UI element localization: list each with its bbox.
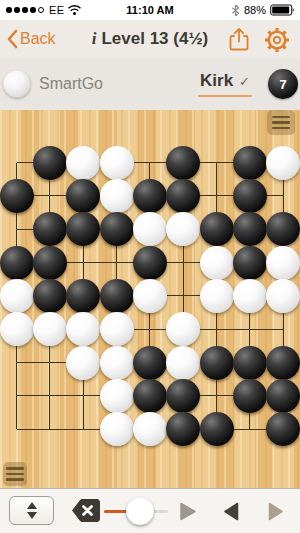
settings-button[interactable]	[262, 26, 292, 54]
white-stone	[100, 379, 134, 413]
white-player-name: SmartGo	[39, 75, 103, 93]
board-cell-r4c6[interactable]	[167, 246, 200, 279]
white-stone	[133, 279, 167, 313]
black-stone	[166, 146, 200, 180]
board-cell-r7c1[interactable]	[0, 346, 33, 379]
board-cell-r7c9[interactable]	[267, 346, 300, 379]
board-cell-r8c5[interactable]	[133, 379, 166, 412]
board-cell-r6c4[interactable]	[100, 313, 133, 346]
black-stone	[233, 179, 267, 213]
black-stone	[233, 346, 267, 380]
board-cell-r7c4[interactable]	[100, 346, 133, 379]
selected-player-underline: Kirk ✓	[198, 71, 252, 97]
board-cell-r3c2[interactable]	[33, 213, 66, 246]
page-title: Level 13 (4½)	[101, 29, 208, 49]
white-stone	[100, 346, 134, 380]
board-cell-r5c9[interactable]	[267, 279, 300, 312]
board-cell-r5c7[interactable]	[200, 279, 233, 312]
status-bar: EE 11:10 AM 88%	[0, 0, 300, 20]
black-stone	[200, 412, 234, 446]
stepper-up-icon	[27, 502, 37, 509]
board-cell-r8c6[interactable]	[167, 379, 200, 412]
board-cell-r2c3[interactable]	[67, 179, 100, 212]
black-stone	[133, 179, 167, 213]
board-cell-r9c9[interactable]	[267, 413, 300, 446]
board-cell-r4c4[interactable]	[100, 246, 133, 279]
board-cell-r3c6[interactable]	[167, 213, 200, 246]
black-player-name: Kirk	[200, 71, 233, 91]
board-cell-r2c1[interactable]	[0, 179, 33, 212]
board-cell-r5c1[interactable]	[0, 279, 33, 312]
board-cell-r5c5[interactable]	[133, 279, 166, 312]
black-stone	[0, 179, 34, 213]
board-cell-r5c4[interactable]	[100, 279, 133, 312]
board-cell-r3c9[interactable]	[267, 213, 300, 246]
black-stone	[166, 412, 200, 446]
board-cell-r2c4[interactable]	[100, 179, 133, 212]
board-cell-r9c1[interactable]	[0, 413, 33, 446]
black-stone	[33, 212, 67, 246]
board-cell-r7c3[interactable]	[67, 346, 100, 379]
board-cell-r6c8[interactable]	[233, 313, 266, 346]
board-cell-r1c5[interactable]	[133, 146, 166, 179]
black-stone	[233, 146, 267, 180]
board-cell-r5c6[interactable]	[167, 279, 200, 312]
board-cell-r5c2[interactable]	[33, 279, 66, 312]
board-cell-r7c8[interactable]	[233, 346, 266, 379]
player-bar: SmartGo Kirk ✓ 7	[0, 58, 300, 110]
battery-percent-label: 88%	[244, 4, 266, 16]
settings-gear-icon	[262, 26, 292, 54]
board-cell-r4c1[interactable]	[0, 246, 33, 279]
board-cell-r4c2[interactable]	[33, 246, 66, 279]
board-cell-r9c4[interactable]	[100, 413, 133, 446]
share-icon	[226, 27, 252, 53]
board-cell-r3c3[interactable]	[67, 213, 100, 246]
board-cell-r9c2[interactable]	[33, 413, 66, 446]
white-stone	[266, 246, 300, 280]
board-cell-r8c1[interactable]	[0, 379, 33, 412]
board-cell-r4c8[interactable]	[233, 246, 266, 279]
board-cell-r6c1[interactable]	[0, 313, 33, 346]
board-cell-r2c2[interactable]	[33, 179, 66, 212]
white-stone	[200, 246, 234, 280]
black-stone	[266, 212, 300, 246]
board-cell-r1c2[interactable]	[33, 146, 66, 179]
board-cell-r1c9[interactable]	[267, 146, 300, 179]
move-stepper-button[interactable]	[9, 496, 54, 525]
step-back-icon	[223, 502, 239, 521]
black-stone	[200, 346, 234, 380]
black-stone	[100, 279, 134, 313]
board-cell-r4c3[interactable]	[67, 246, 100, 279]
level-info-button[interactable]: i Level 13 (4½)	[0, 20, 300, 58]
white-stone-icon	[3, 70, 31, 98]
black-stone	[33, 279, 67, 313]
black-stone	[100, 212, 134, 246]
delete-button[interactable]	[71, 498, 101, 523]
board-cell-r7c5[interactable]	[133, 346, 166, 379]
board-cell-r6c7[interactable]	[200, 313, 233, 346]
step-back-button[interactable]	[223, 502, 239, 525]
bluetooth-icon	[231, 4, 240, 17]
black-stone	[66, 279, 100, 313]
board-cell-r1c3[interactable]	[67, 146, 100, 179]
white-stone	[166, 312, 200, 346]
black-stone	[266, 412, 300, 446]
board-cell-r6c3[interactable]	[67, 313, 100, 346]
black-stone	[266, 379, 300, 413]
white-stone	[133, 212, 167, 246]
white-player-tab[interactable]: SmartGo	[3, 58, 103, 110]
black-player-tab[interactable]: Kirk ✓	[198, 58, 252, 110]
black-stone	[200, 212, 234, 246]
black-stone	[33, 146, 67, 180]
board-cell-r9c8[interactable]	[233, 413, 266, 446]
board-cell-r8c7[interactable]	[200, 379, 233, 412]
board-grid	[0, 146, 300, 446]
board-cell-r3c8[interactable]	[233, 213, 266, 246]
white-stone	[100, 312, 134, 346]
white-stone	[66, 146, 100, 180]
black-stone	[0, 246, 34, 280]
white-stone	[166, 346, 200, 380]
play-button[interactable]	[179, 502, 197, 525]
board-cell-r7c7[interactable]	[200, 346, 233, 379]
delete-backspace-icon	[71, 498, 101, 523]
board-cell-r8c4[interactable]	[100, 379, 133, 412]
board-cell-r1c7[interactable]	[200, 146, 233, 179]
board-cell-r8c8[interactable]	[233, 379, 266, 412]
board-cell-r1c1[interactable]	[0, 146, 33, 179]
position-slider[interactable]	[104, 489, 168, 533]
board-cell-r2c6[interactable]	[167, 179, 200, 212]
step-forward-icon	[268, 502, 284, 521]
board-cell-r9c5[interactable]	[133, 413, 166, 446]
white-stone	[266, 279, 300, 313]
black-stone	[166, 379, 200, 413]
white-stone	[233, 279, 267, 313]
board-cell-r4c5[interactable]	[133, 246, 166, 279]
board-cell-r8c9[interactable]	[267, 379, 300, 412]
white-stone	[166, 212, 200, 246]
capture-count-badge: 7	[268, 69, 298, 99]
white-stone	[133, 412, 167, 446]
board-cell-r5c3[interactable]	[67, 279, 100, 312]
board-cell-r7c6[interactable]	[167, 346, 200, 379]
board-cell-r3c1[interactable]	[0, 213, 33, 246]
checkmark-icon: ✓	[239, 74, 250, 89]
board-cell-r3c4[interactable]	[100, 213, 133, 246]
board-cell-r2c8[interactable]	[233, 179, 266, 212]
white-stone	[66, 346, 100, 380]
board-menu-bottom-left[interactable]	[3, 462, 27, 486]
step-forward-button[interactable]	[268, 502, 284, 525]
board-cell-r3c7[interactable]	[200, 213, 233, 246]
board-cell-r1c8[interactable]	[233, 146, 266, 179]
board-cell-r7c2[interactable]	[33, 346, 66, 379]
white-stone	[33, 312, 67, 346]
board-cell-r2c5[interactable]	[133, 179, 166, 212]
board-cell-r9c3[interactable]	[67, 413, 100, 446]
bottom-toolbar	[0, 488, 300, 533]
smartgo-app-screen: EE 11:10 AM 88% Back	[0, 0, 300, 533]
slider-thumb[interactable]	[126, 497, 154, 525]
black-stone	[233, 212, 267, 246]
board-cell-r8c3[interactable]	[67, 379, 100, 412]
play-icon	[179, 502, 197, 521]
white-stone	[100, 146, 134, 180]
white-stone	[200, 279, 234, 313]
share-button[interactable]	[226, 27, 252, 53]
white-stone	[0, 312, 34, 346]
board-cell-r1c4[interactable]	[100, 146, 133, 179]
board-cell-r4c7[interactable]	[200, 246, 233, 279]
board-cell-r2c9[interactable]	[267, 179, 300, 212]
black-stone	[66, 212, 100, 246]
battery-icon	[270, 4, 295, 16]
board-cell-r6c9[interactable]	[267, 313, 300, 346]
board-cell-r6c5[interactable]	[133, 313, 166, 346]
black-stone	[33, 246, 67, 280]
black-stone	[133, 346, 167, 380]
board-cell-r9c6[interactable]	[167, 413, 200, 446]
black-stone	[166, 179, 200, 213]
stepper-down-icon	[27, 512, 37, 519]
black-stone	[133, 246, 167, 280]
board-cell-r6c6[interactable]	[167, 313, 200, 346]
board-cell-r1c6[interactable]	[167, 146, 200, 179]
board-cell-r4c9[interactable]	[267, 246, 300, 279]
white-stone	[100, 412, 134, 446]
board-cell-r5c8[interactable]	[233, 279, 266, 312]
white-stone	[266, 146, 300, 180]
info-mark: i	[92, 29, 97, 49]
nav-bar: Back i Level 13 (4½)	[0, 20, 300, 59]
black-stone	[233, 246, 267, 280]
white-stone	[66, 312, 100, 346]
board-cell-r3c5[interactable]	[133, 213, 166, 246]
board-cell-r2c7[interactable]	[200, 179, 233, 212]
board-cell-r8c2[interactable]	[33, 379, 66, 412]
black-stone	[133, 379, 167, 413]
status-right: 88%	[231, 0, 295, 20]
black-stone	[66, 179, 100, 213]
go-board	[0, 110, 300, 488]
white-stone	[0, 279, 34, 313]
white-stone	[100, 179, 134, 213]
board-cell-r6c2[interactable]	[33, 313, 66, 346]
board-cell-r9c7[interactable]	[200, 413, 233, 446]
black-stone	[266, 346, 300, 380]
board-menu-top-right[interactable]	[267, 110, 295, 135]
black-stone	[233, 379, 267, 413]
